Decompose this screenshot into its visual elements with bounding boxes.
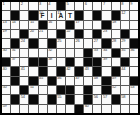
black-cell: [121, 30, 129, 38]
black-cell: [66, 21, 74, 29]
black-cell: [29, 95, 37, 103]
clue-number: 60: [85, 105, 89, 109]
clue-number: 56: [94, 95, 98, 99]
white-cell[interactable]: 3: [39, 2, 47, 10]
clue-number: 49: [112, 77, 116, 81]
white-cell[interactable]: [130, 21, 138, 29]
black-cell: [130, 77, 138, 85]
white-cell[interactable]: [102, 11, 110, 19]
white-cell[interactable]: [39, 95, 47, 103]
white-cell[interactable]: [11, 86, 19, 94]
clue-number: 21: [39, 30, 43, 34]
clue-number: 40: [3, 67, 7, 71]
white-cell[interactable]: 8: [121, 2, 129, 10]
white-cell[interactable]: 44: [121, 67, 129, 75]
black-cell: [2, 58, 10, 66]
clue-number: 29: [121, 39, 125, 43]
white-cell[interactable]: [130, 95, 138, 103]
clue-number: 55: [57, 95, 61, 99]
clue-number: 39: [103, 58, 107, 62]
clue-number: 50: [3, 86, 7, 90]
clue-number: 25: [57, 39, 61, 43]
white-cell[interactable]: [112, 30, 120, 38]
white-cell[interactable]: [29, 67, 37, 75]
black-cell: [102, 77, 110, 85]
clue-number: 4: [48, 2, 50, 6]
black-cell: [29, 58, 37, 66]
white-cell[interactable]: [20, 11, 28, 19]
white-cell[interactable]: [48, 86, 56, 94]
black-cell: [130, 39, 138, 47]
clue-number: 59: [3, 105, 7, 109]
black-cell: [93, 58, 101, 66]
black-cell: [29, 77, 37, 85]
white-cell[interactable]: [121, 105, 129, 113]
white-cell[interactable]: 45: [39, 77, 47, 85]
white-cell[interactable]: [102, 105, 110, 113]
black-cell: [93, 11, 101, 19]
white-cell[interactable]: 2: [20, 2, 28, 10]
white-cell[interactable]: [29, 105, 37, 113]
white-cell[interactable]: [29, 49, 37, 57]
white-cell[interactable]: 35: [121, 49, 129, 57]
black-cell: [57, 67, 65, 75]
white-cell[interactable]: 37: [11, 58, 19, 66]
white-cell[interactable]: [57, 58, 65, 66]
white-cell[interactable]: [48, 30, 56, 38]
black-cell: [57, 86, 65, 94]
white-cell[interactable]: 55: [57, 95, 65, 103]
white-cell[interactable]: [2, 77, 10, 85]
clue-number: 28: [112, 39, 116, 43]
white-cell[interactable]: 26: [75, 39, 83, 47]
clue-number: 52: [112, 86, 116, 90]
clue-number: 54: [21, 95, 25, 99]
black-cell: [11, 77, 19, 85]
black-cell: [102, 39, 110, 47]
white-cell[interactable]: 7: [102, 2, 110, 10]
black-cell: [57, 30, 65, 38]
white-cell[interactable]: [84, 21, 92, 29]
black-cell: [121, 58, 129, 66]
white-cell[interactable]: [75, 49, 83, 57]
white-cell[interactable]: 24: [20, 39, 28, 47]
white-cell[interactable]: [39, 39, 47, 47]
entered-letter: I: [48, 11, 56, 19]
white-cell[interactable]: 13: [2, 21, 10, 29]
black-cell: [11, 95, 19, 103]
black-cell: [75, 105, 83, 113]
white-cell[interactable]: 15: [29, 21, 37, 29]
white-cell[interactable]: 57: [102, 95, 110, 103]
white-cell[interactable]: 32: [48, 49, 56, 57]
white-cell[interactable]: 52: [112, 86, 120, 94]
white-cell[interactable]: [93, 2, 101, 10]
white-cell[interactable]: [20, 49, 28, 57]
white-cell[interactable]: [20, 21, 28, 29]
white-cell[interactable]: [130, 30, 138, 38]
black-cell: [66, 58, 74, 66]
black-cell: [11, 11, 19, 19]
white-cell[interactable]: [48, 67, 56, 75]
clue-number: 30: [3, 49, 7, 53]
white-cell[interactable]: 18: [112, 21, 120, 29]
white-cell[interactable]: [66, 39, 74, 47]
clue-number: 3: [39, 2, 41, 6]
clue-number: 51: [30, 86, 34, 90]
black-cell: [39, 58, 47, 66]
white-cell[interactable]: 30: [2, 49, 10, 57]
clue-number: 2: [21, 2, 23, 6]
black-cell: [93, 30, 101, 38]
white-cell[interactable]: [84, 30, 92, 38]
clue-number: 6: [85, 2, 87, 6]
clue-number: 46: [57, 77, 61, 81]
clue-number: 17: [76, 21, 80, 25]
white-cell[interactable]: [20, 77, 28, 85]
white-cell[interactable]: 59: [2, 105, 10, 113]
clue-number: 38: [48, 58, 52, 62]
white-cell[interactable]: [57, 105, 65, 113]
clue-number: 26: [76, 39, 80, 43]
white-cell[interactable]: 23: [102, 30, 110, 38]
white-cell[interactable]: [112, 2, 120, 10]
black-cell: [11, 39, 19, 47]
clue-number: 27: [94, 39, 98, 43]
white-cell[interactable]: [57, 49, 65, 57]
white-cell[interactable]: [84, 11, 92, 19]
white-cell[interactable]: 49: [112, 77, 120, 85]
white-cell[interactable]: 10F: [39, 11, 47, 19]
black-cell: [102, 21, 110, 29]
white-cell[interactable]: 46: [57, 77, 65, 85]
white-cell[interactable]: [75, 58, 83, 66]
black-cell: [84, 49, 92, 57]
white-cell[interactable]: I: [48, 11, 56, 19]
clue-number: 22: [66, 30, 70, 34]
white-cell[interactable]: [93, 86, 101, 94]
white-cell[interactable]: 38: [48, 58, 56, 66]
white-cell[interactable]: [112, 105, 120, 113]
white-cell[interactable]: 17: [75, 21, 83, 29]
white-cell[interactable]: [130, 105, 138, 113]
white-cell[interactable]: [130, 58, 138, 66]
white-cell[interactable]: 47: [75, 77, 83, 85]
clue-number: 57: [103, 95, 107, 99]
white-cell[interactable]: 28: [112, 39, 120, 47]
black-cell: [75, 30, 83, 38]
black-cell: [29, 39, 37, 47]
clue-number: 20: [30, 30, 34, 34]
clue-number: 15: [30, 21, 34, 25]
clue-number: 35: [121, 49, 125, 53]
white-cell[interactable]: 22: [66, 30, 74, 38]
white-cell[interactable]: [75, 2, 83, 10]
white-cell[interactable]: 9: [130, 2, 138, 10]
black-cell: [112, 67, 120, 75]
clue-number: 16: [48, 21, 52, 25]
white-cell[interactable]: [11, 105, 19, 113]
white-cell[interactable]: [66, 77, 74, 85]
white-cell[interactable]: [11, 30, 19, 38]
clue-number: 42: [66, 67, 70, 71]
white-cell[interactable]: 20: [29, 30, 37, 38]
white-cell[interactable]: 48: [93, 77, 101, 85]
clue-number: 5: [66, 2, 68, 6]
white-cell[interactable]: 51: [29, 86, 37, 94]
clue-number: 24: [21, 39, 25, 43]
white-cell[interactable]: 14: [11, 21, 19, 29]
white-cell[interactable]: [57, 21, 65, 29]
black-cell: [112, 11, 120, 19]
clue-number: 58: [121, 95, 125, 99]
white-cell[interactable]: [93, 21, 101, 29]
black-cell: [11, 67, 19, 75]
clue-number: 19: [3, 30, 7, 34]
black-cell: [57, 2, 65, 10]
white-cell[interactable]: [84, 39, 92, 47]
clue-number: 53: [130, 86, 134, 90]
crossword-grid: 12345678910FI11AT12131415161718192021222…: [0, 0, 140, 115]
white-cell[interactable]: [121, 77, 129, 85]
clue-number: 47: [76, 77, 80, 81]
black-cell: [102, 86, 110, 94]
clue-number: 31: [12, 49, 16, 53]
white-cell[interactable]: [11, 2, 19, 10]
white-cell[interactable]: [75, 86, 83, 94]
white-cell[interactable]: [2, 95, 10, 103]
white-cell[interactable]: [39, 105, 47, 113]
black-cell: [29, 11, 37, 19]
black-cell: [84, 86, 92, 94]
white-cell[interactable]: 39: [102, 58, 110, 66]
white-cell[interactable]: 50: [2, 86, 10, 94]
entered-letter: F: [39, 11, 47, 19]
white-cell[interactable]: 31: [11, 49, 19, 57]
white-cell[interactable]: 34: [102, 49, 110, 57]
clue-number: 36: [130, 49, 134, 53]
clue-number: 44: [121, 67, 125, 71]
white-cell[interactable]: 60: [84, 105, 92, 113]
white-cell[interactable]: 19: [2, 30, 10, 38]
black-cell: [48, 95, 56, 103]
white-cell[interactable]: [93, 105, 101, 113]
white-cell[interactable]: 36: [130, 49, 138, 57]
clue-number: 18: [112, 21, 116, 25]
clue-number: 43: [85, 67, 89, 71]
white-cell[interactable]: [121, 21, 129, 29]
white-cell[interactable]: [2, 11, 10, 19]
black-cell: [75, 11, 83, 19]
white-cell[interactable]: [130, 67, 138, 75]
white-cell[interactable]: [102, 67, 110, 75]
clue-number: 7: [103, 2, 105, 6]
white-cell[interactable]: 41: [20, 67, 28, 75]
black-cell: [84, 95, 92, 103]
white-cell[interactable]: 54: [20, 95, 28, 103]
black-cell: [39, 21, 47, 29]
white-cell[interactable]: 1: [2, 2, 10, 10]
white-cell[interactable]: [20, 105, 28, 113]
clue-number: 8: [121, 2, 123, 6]
black-cell: [20, 30, 28, 38]
white-cell[interactable]: 27: [93, 39, 101, 47]
clue-number: 32: [48, 49, 52, 53]
white-cell[interactable]: T: [66, 11, 74, 19]
white-cell[interactable]: 56: [93, 95, 101, 103]
white-cell[interactable]: [75, 95, 83, 103]
white-cell[interactable]: 12: [121, 11, 129, 19]
clue-number: 48: [94, 77, 98, 81]
white-cell[interactable]: [121, 86, 129, 94]
white-cell[interactable]: 53: [130, 86, 138, 94]
white-cell[interactable]: 40: [2, 67, 10, 75]
black-cell: [112, 95, 120, 103]
white-cell[interactable]: 29: [121, 39, 129, 47]
white-cell[interactable]: 21: [39, 30, 47, 38]
white-cell[interactable]: [20, 58, 28, 66]
black-cell: [93, 67, 101, 75]
white-cell[interactable]: 43: [84, 67, 92, 75]
black-cell: [39, 67, 47, 75]
white-cell[interactable]: [112, 58, 120, 66]
clue-number: 33: [94, 49, 98, 53]
white-cell[interactable]: [130, 11, 138, 19]
white-cell[interactable]: [39, 49, 47, 57]
white-cell[interactable]: [48, 105, 56, 113]
clue-number: 41: [21, 67, 25, 71]
white-cell[interactable]: 6: [84, 2, 92, 10]
white-cell[interactable]: 4: [48, 2, 56, 10]
entered-letter: T: [66, 11, 74, 19]
clue-number: 1: [3, 2, 5, 6]
clue-number: 23: [103, 30, 107, 34]
black-cell: [75, 67, 83, 75]
clue-number: 45: [39, 77, 43, 81]
white-cell[interactable]: 11A: [57, 11, 65, 19]
clue-number: 9: [130, 2, 132, 6]
white-cell[interactable]: 5: [66, 2, 74, 10]
white-cell[interactable]: [66, 105, 74, 113]
clue-number: 37: [12, 58, 16, 62]
white-cell[interactable]: [84, 77, 92, 85]
black-cell: [20, 86, 28, 94]
white-cell[interactable]: [2, 39, 10, 47]
clue-number: 14: [12, 21, 16, 25]
black-cell: [66, 95, 74, 103]
white-cell[interactable]: 33: [93, 49, 101, 57]
clue-number: 13: [3, 21, 7, 25]
white-cell[interactable]: 42: [66, 67, 74, 75]
white-cell[interactable]: 16: [48, 21, 56, 29]
black-cell: [112, 49, 120, 57]
white-cell[interactable]: [29, 2, 37, 10]
black-cell: [48, 39, 56, 47]
white-cell[interactable]: 58: [121, 95, 129, 103]
clue-number: 34: [103, 49, 107, 53]
entered-letter: A: [57, 11, 65, 19]
black-cell: [66, 86, 74, 94]
black-cell: [84, 58, 92, 66]
white-cell[interactable]: [39, 86, 47, 94]
black-cell: [48, 77, 56, 85]
white-cell[interactable]: 25: [57, 39, 65, 47]
clue-number: 12: [121, 11, 125, 15]
white-cell[interactable]: [66, 49, 74, 57]
